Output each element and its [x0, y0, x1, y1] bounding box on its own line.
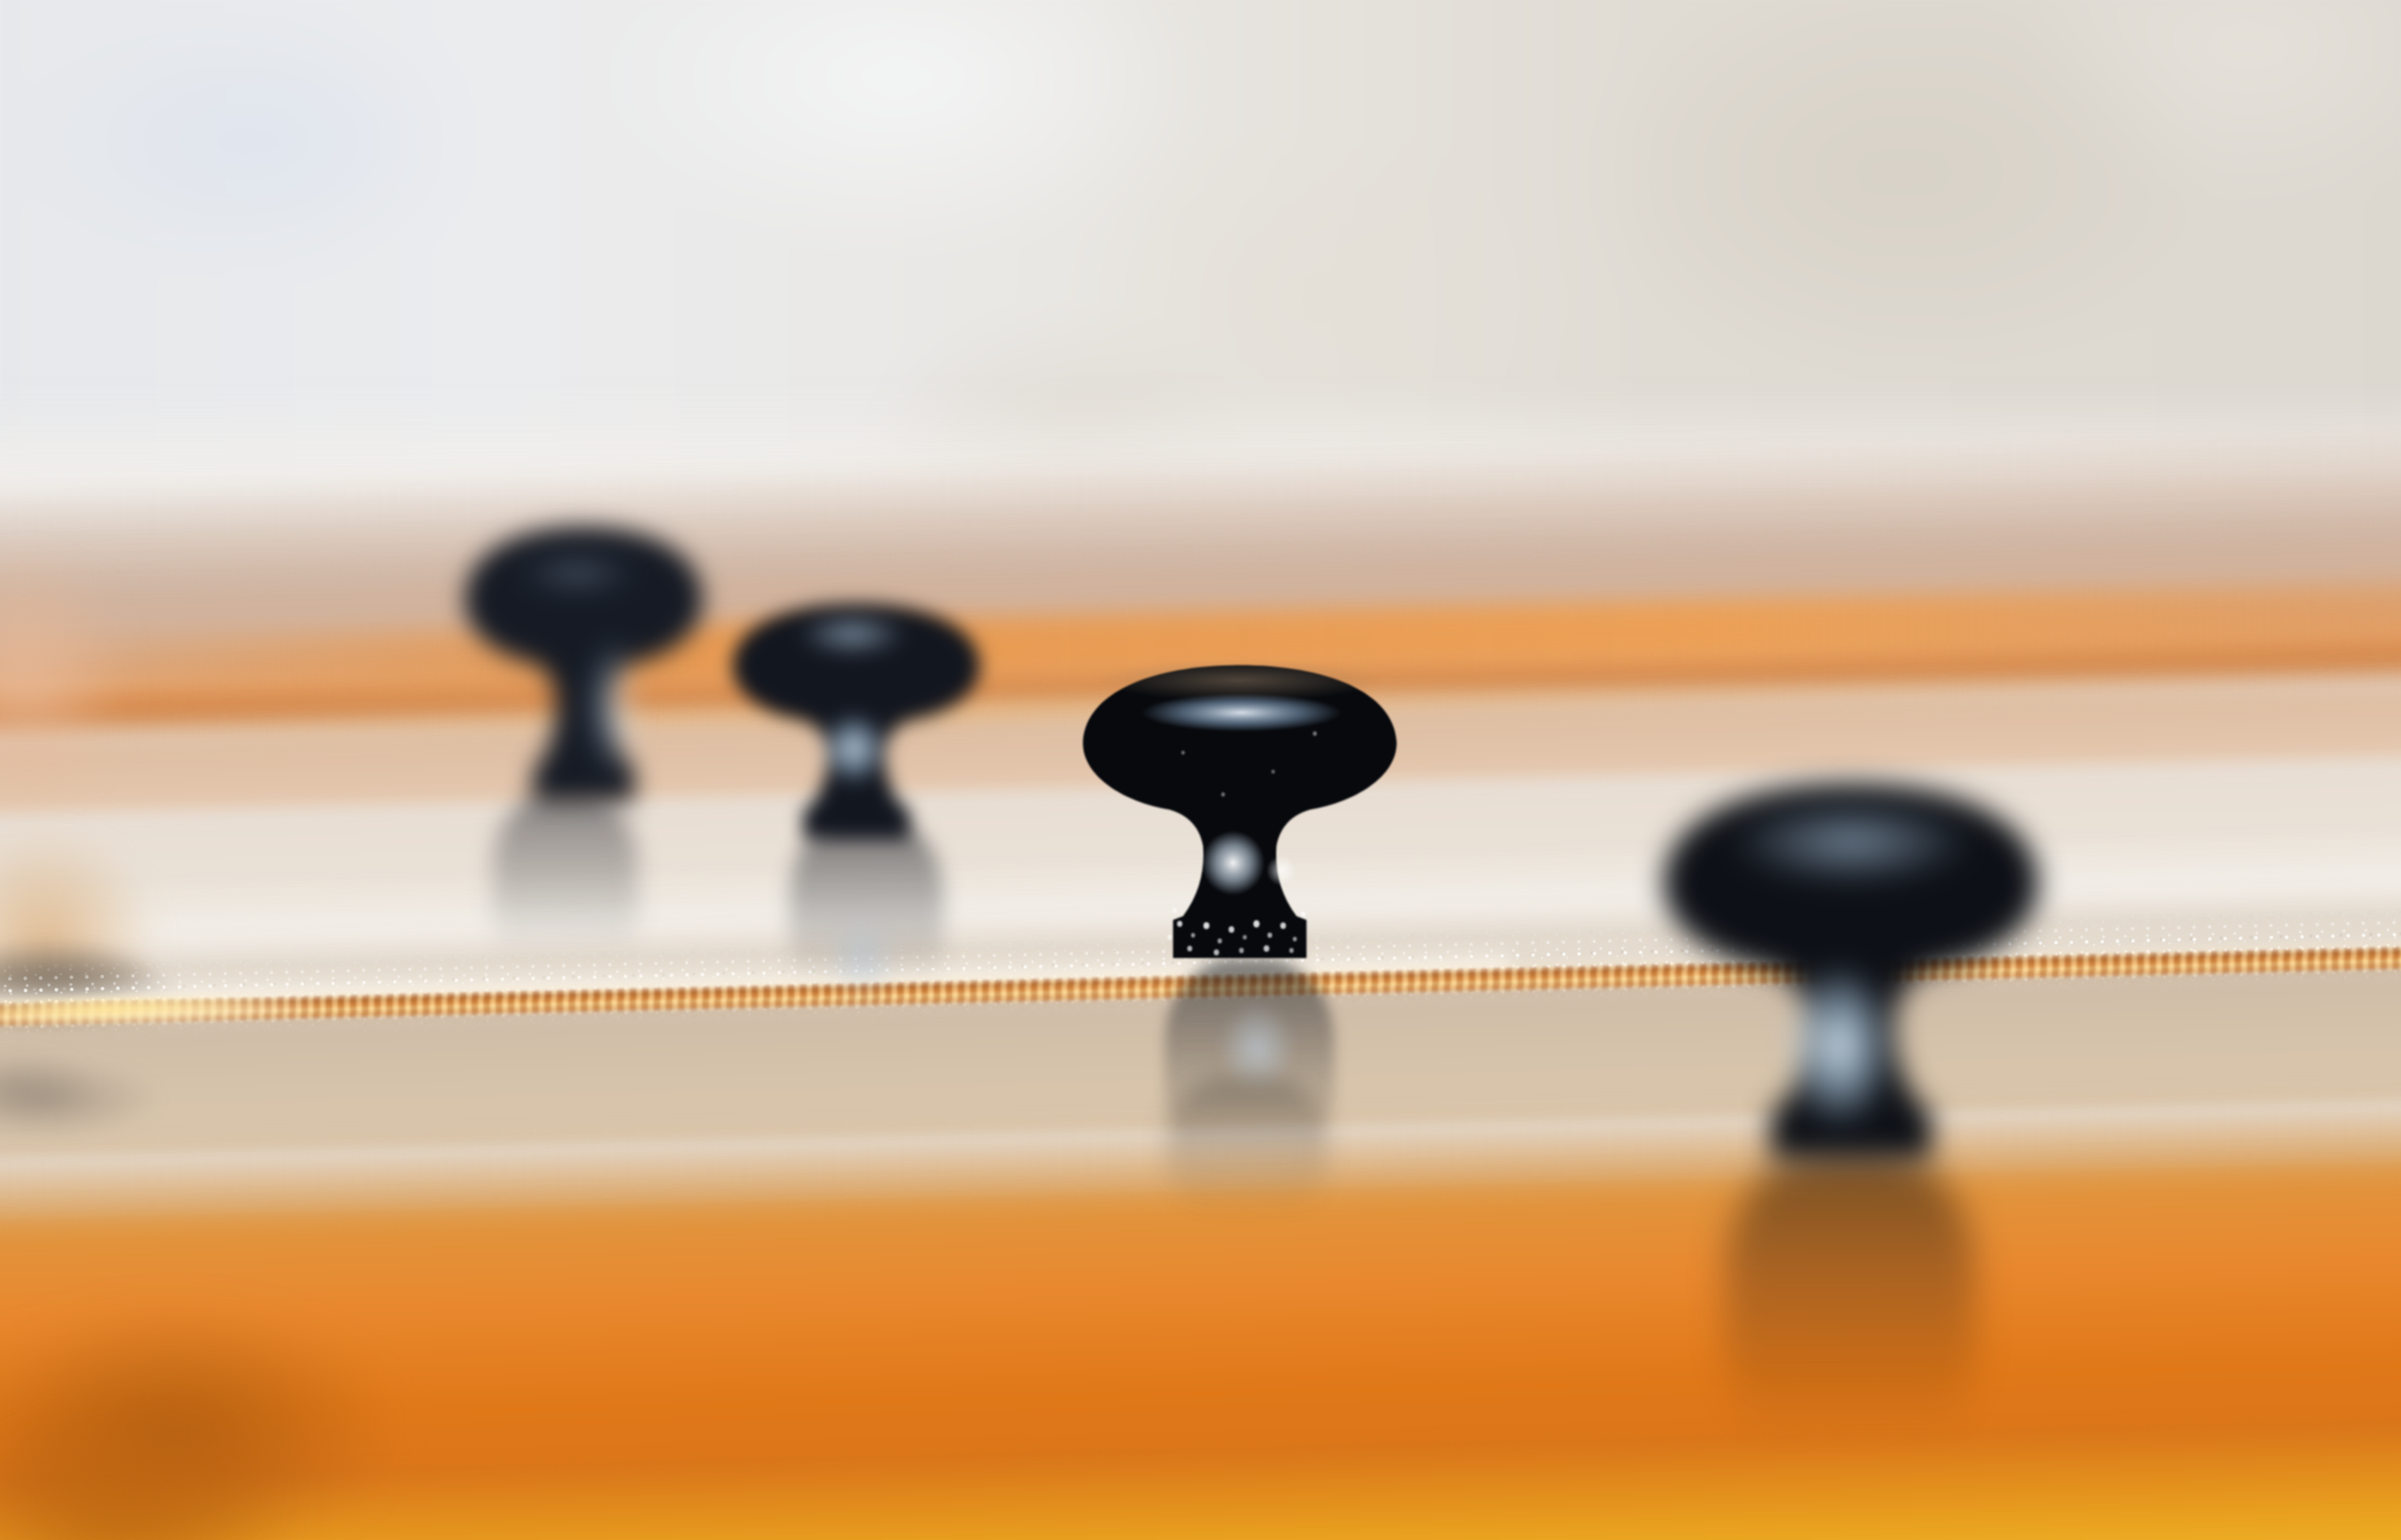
- left-edge-pink-blur: [0, 543, 130, 807]
- macro-photo-peg-board: [0, 0, 2401, 1540]
- reflection-peg4: [1725, 1150, 1976, 1466]
- black-peg-3-in-focus: [1073, 657, 1407, 962]
- black-peg-1: [458, 520, 710, 805]
- black-peg-4: [1652, 774, 2050, 1163]
- reflection-peg3-below-string: [1166, 1077, 1328, 1215]
- black-peg-2: [725, 598, 988, 842]
- reflection-peg2-blue-glint: [826, 915, 899, 1004]
- reflection-peg1: [492, 793, 638, 980]
